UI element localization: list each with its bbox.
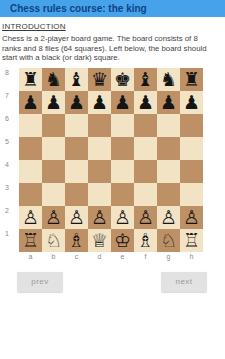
prev-button[interactable]: prev [17, 272, 63, 292]
rank-label: 2 [0, 206, 19, 229]
white-knight: ♘ [160, 229, 177, 252]
square-c6 [65, 114, 88, 137]
square-d5 [88, 137, 111, 160]
square-b4 [42, 160, 65, 183]
square-a8: ♜ [19, 68, 42, 91]
square-f5 [134, 137, 157, 160]
square-g4 [157, 160, 180, 183]
white-pawn: ♙ [22, 206, 39, 229]
rank-label: 6 [0, 114, 19, 137]
file-label: b [42, 253, 65, 260]
square-d2: ♙ [88, 206, 111, 229]
square-g2: ♙ [157, 206, 180, 229]
black-queen: ♛ [91, 68, 108, 91]
chess-board-area: 8♜♞♝♛♚♝♞♜7♟♟♟♟♟♟♟♟65432♙♙♙♙♙♙♙♙1♖♘♗♕♔♗♘♖… [0, 68, 225, 260]
white-knight: ♘ [45, 229, 62, 252]
white-bishop: ♗ [137, 229, 154, 252]
square-f8: ♝ [134, 68, 157, 91]
board-rank-4: 4 [0, 160, 225, 183]
file-label: e [111, 253, 134, 260]
square-f7: ♟ [134, 91, 157, 114]
square-e8: ♚ [111, 68, 134, 91]
square-c5 [65, 137, 88, 160]
rank-label: 7 [0, 91, 19, 114]
white-king: ♔ [114, 229, 131, 252]
board-rank-1: 1♖♘♗♕♔♗♘♖ [0, 229, 225, 252]
square-b6 [42, 114, 65, 137]
square-f3 [134, 183, 157, 206]
square-a1: ♖ [19, 229, 42, 252]
square-e2: ♙ [111, 206, 134, 229]
black-pawn: ♟ [45, 91, 62, 114]
chess-board: 8♜♞♝♛♚♝♞♜7♟♟♟♟♟♟♟♟65432♙♙♙♙♙♙♙♙1♖♘♗♕♔♗♘♖ [0, 68, 225, 252]
square-b3 [42, 183, 65, 206]
square-h3 [180, 183, 203, 206]
square-c1: ♗ [65, 229, 88, 252]
rank-label: 3 [0, 183, 19, 206]
black-pawn: ♟ [160, 91, 177, 114]
square-g3 [157, 183, 180, 206]
file-label: d [88, 253, 111, 260]
square-d6 [88, 114, 111, 137]
square-a2: ♙ [19, 206, 42, 229]
square-b7: ♟ [42, 91, 65, 114]
white-pawn: ♙ [114, 206, 131, 229]
white-pawn: ♙ [45, 206, 62, 229]
rank-label: 8 [0, 68, 19, 91]
black-knight: ♞ [45, 68, 62, 91]
black-bishop: ♝ [68, 68, 85, 91]
next-button[interactable]: next [161, 272, 207, 292]
square-f6 [134, 114, 157, 137]
file-label: f [134, 253, 157, 260]
board-rank-6: 6 [0, 114, 225, 137]
board-rank-3: 3 [0, 183, 225, 206]
app-title: Chess rules course: the king [0, 3, 147, 14]
white-rook: ♖ [183, 229, 200, 252]
board-rank-8: 8♜♞♝♛♚♝♞♜ [0, 68, 225, 91]
square-c3 [65, 183, 88, 206]
black-king: ♚ [114, 68, 131, 91]
square-b1: ♘ [42, 229, 65, 252]
white-pawn: ♙ [68, 206, 85, 229]
square-e7: ♟ [111, 91, 134, 114]
square-f1: ♗ [134, 229, 157, 252]
square-e1: ♔ [111, 229, 134, 252]
app-header: Chess rules course: the king [0, 0, 225, 17]
square-c8: ♝ [65, 68, 88, 91]
square-b8: ♞ [42, 68, 65, 91]
board-rank-7: 7♟♟♟♟♟♟♟♟ [0, 91, 225, 114]
black-pawn: ♟ [68, 91, 85, 114]
white-pawn: ♙ [91, 206, 108, 229]
square-g1: ♘ [157, 229, 180, 252]
black-pawn: ♟ [137, 91, 154, 114]
black-pawn: ♟ [91, 91, 108, 114]
white-rook: ♖ [22, 229, 39, 252]
square-g6 [157, 114, 180, 137]
square-h6 [180, 114, 203, 137]
square-e4 [111, 160, 134, 183]
rank-label: 1 [0, 229, 19, 252]
square-h4 [180, 160, 203, 183]
square-h8: ♜ [180, 68, 203, 91]
square-h2: ♙ [180, 206, 203, 229]
file-label: h [180, 253, 203, 260]
square-d3 [88, 183, 111, 206]
white-pawn: ♙ [137, 206, 154, 229]
black-pawn: ♟ [114, 91, 131, 114]
black-pawn: ♟ [183, 91, 200, 114]
square-g7: ♟ [157, 91, 180, 114]
square-h7: ♟ [180, 91, 203, 114]
board-rank-2: 2♙♙♙♙♙♙♙♙ [0, 206, 225, 229]
square-f2: ♙ [134, 206, 157, 229]
square-a6 [19, 114, 42, 137]
square-d7: ♟ [88, 91, 111, 114]
square-c4 [65, 160, 88, 183]
square-a5 [19, 137, 42, 160]
rank-label: 5 [0, 137, 19, 160]
square-d4 [88, 160, 111, 183]
file-label: a [19, 253, 42, 260]
square-h1: ♖ [180, 229, 203, 252]
file-labels: abcdefgh [0, 253, 225, 260]
intro-text: Chess is a 2-player board game. The boar… [2, 34, 217, 63]
white-queen: ♕ [91, 229, 108, 252]
white-pawn: ♙ [183, 206, 200, 229]
square-a4 [19, 160, 42, 183]
white-pawn: ♙ [160, 206, 177, 229]
square-b2: ♙ [42, 206, 65, 229]
black-rook: ♜ [183, 68, 200, 91]
file-label: c [65, 253, 88, 260]
file-label: g [157, 253, 180, 260]
file-labels-spacer [0, 253, 19, 260]
square-e5 [111, 137, 134, 160]
square-d1: ♕ [88, 229, 111, 252]
square-e3 [111, 183, 134, 206]
black-bishop: ♝ [137, 68, 154, 91]
nav-row: prev next [17, 272, 207, 292]
black-pawn: ♟ [22, 91, 39, 114]
board-rank-5: 5 [0, 137, 225, 160]
section-heading: INTRODUCTION [2, 22, 225, 31]
black-knight: ♞ [160, 68, 177, 91]
black-rook: ♜ [22, 68, 39, 91]
square-f4 [134, 160, 157, 183]
square-a3 [19, 183, 42, 206]
square-b5 [42, 137, 65, 160]
rank-label: 4 [0, 160, 19, 183]
square-g8: ♞ [157, 68, 180, 91]
square-c2: ♙ [65, 206, 88, 229]
square-e6 [111, 114, 134, 137]
square-d8: ♛ [88, 68, 111, 91]
square-h5 [180, 137, 203, 160]
square-a7: ♟ [19, 91, 42, 114]
square-g5 [157, 137, 180, 160]
white-bishop: ♗ [68, 229, 85, 252]
square-c7: ♟ [65, 91, 88, 114]
